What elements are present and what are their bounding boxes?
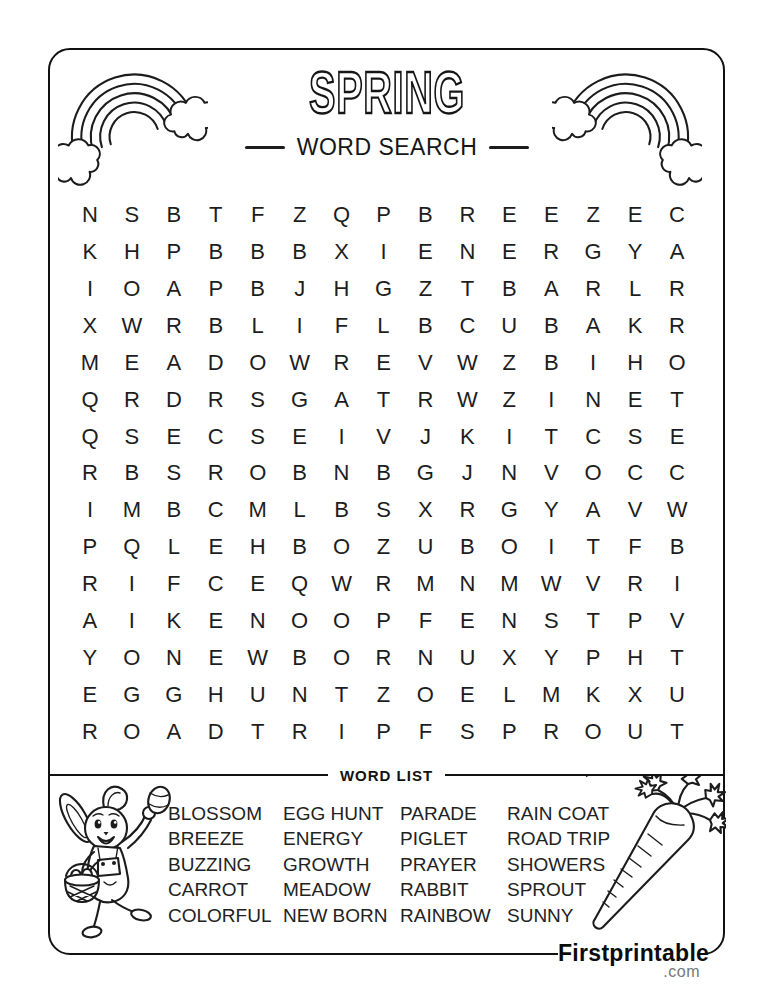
grid-cell[interactable]: P (488, 713, 530, 750)
grid-cell[interactable]: P (363, 713, 405, 750)
grid-cell[interactable]: L (153, 529, 195, 566)
grid-cell[interactable]: T (530, 418, 572, 455)
grid-cell[interactable]: F (153, 566, 195, 603)
grid-cell[interactable]: A (153, 271, 195, 308)
grid-cell[interactable]: B (195, 234, 237, 271)
subtitle-dash-left (245, 146, 285, 149)
grid-cell[interactable]: P (69, 529, 111, 566)
grid-cell[interactable]: Q (321, 197, 363, 234)
grid-cell[interactable]: N (446, 234, 488, 271)
grid-cell[interactable]: G (572, 234, 614, 271)
grid-cell[interactable]: B (237, 234, 279, 271)
grid-cell[interactable]: B (279, 639, 321, 676)
grid-cell[interactable]: U (488, 308, 530, 345)
grid-cell[interactable]: Q (69, 381, 111, 418)
grid-cell[interactable]: F (237, 197, 279, 234)
grid-cell[interactable]: P (153, 234, 195, 271)
grid-cell[interactable]: M (488, 566, 530, 603)
grid-cell[interactable]: B (404, 197, 446, 234)
rainbow-left-illustration (58, 56, 208, 198)
grid-cell[interactable]: B (530, 344, 572, 381)
grid-cell[interactable]: N (321, 455, 363, 492)
grid-cell[interactable]: Z (572, 197, 614, 234)
grid-cell[interactable]: B (111, 455, 153, 492)
grid-cell[interactable]: R (321, 344, 363, 381)
grid-cell[interactable]: N (488, 603, 530, 640)
grid-cell[interactable]: R (69, 566, 111, 603)
grid-cell[interactable]: R (363, 566, 405, 603)
grid-cell[interactable]: G (111, 676, 153, 713)
grid-cell[interactable]: C (656, 197, 698, 234)
grid-cell[interactable]: Q (279, 566, 321, 603)
grid-cell[interactable]: P (195, 271, 237, 308)
grid-cell[interactable]: E (363, 344, 405, 381)
grid-cell[interactable]: S (530, 603, 572, 640)
grid-cell[interactable]: S (153, 455, 195, 492)
grid-cell[interactable]: G (279, 381, 321, 418)
grid-cell[interactable]: E (195, 639, 237, 676)
grid-cell[interactable]: K (153, 603, 195, 640)
grid-cell[interactable]: E (153, 418, 195, 455)
grid-cell[interactable]: I (321, 713, 363, 750)
grid-cell[interactable]: I (488, 418, 530, 455)
grid-cell[interactable]: D (195, 344, 237, 381)
grid-cell[interactable]: A (530, 271, 572, 308)
grid-cell[interactable]: M (404, 566, 446, 603)
grid-cell[interactable]: N (404, 639, 446, 676)
grid-cell[interactable]: O (488, 529, 530, 566)
grid-cell[interactable]: H (614, 344, 656, 381)
grid-cell[interactable]: O (279, 603, 321, 640)
grid-cell[interactable]: T (656, 639, 698, 676)
divider-line-left (50, 774, 328, 777)
grid-cell[interactable]: I (530, 529, 572, 566)
grid-cell[interactable]: O (321, 529, 363, 566)
grid-cell[interactable]: K (446, 418, 488, 455)
grid-cell[interactable]: R (614, 566, 656, 603)
grid-cell[interactable]: R (363, 639, 405, 676)
grid-cell[interactable]: J (446, 455, 488, 492)
grid-cell[interactable]: Y (69, 639, 111, 676)
grid-cell[interactable]: F (614, 529, 656, 566)
rainbow-right-illustration (552, 56, 702, 198)
grid-cell[interactable]: U (656, 676, 698, 713)
grid-cell[interactable]: G (363, 271, 405, 308)
grid-cell[interactable]: D (195, 713, 237, 750)
subtitle-dash-right (489, 146, 529, 149)
grid-cell[interactable]: W (279, 344, 321, 381)
grid-cell[interactable]: H (195, 676, 237, 713)
grid-cell[interactable]: W (656, 492, 698, 529)
grid-cell[interactable]: B (656, 529, 698, 566)
grid-cell[interactable]: P (363, 197, 405, 234)
grid-cell[interactable]: V (656, 603, 698, 640)
grid-cell[interactable]: X (488, 639, 530, 676)
grid-cell[interactable]: L (237, 308, 279, 345)
grid-cell[interactable]: H (614, 639, 656, 676)
grid-cell[interactable]: A (69, 603, 111, 640)
grid-cell[interactable]: R (530, 234, 572, 271)
grid-cell[interactable]: Q (69, 418, 111, 455)
grid-cell[interactable]: B (404, 308, 446, 345)
page-subtitle: WORD SEARCH (297, 134, 478, 161)
grid-cell[interactable]: J (404, 418, 446, 455)
grid-cell[interactable]: T (237, 713, 279, 750)
grid-cell[interactable]: L (279, 492, 321, 529)
grid-cell[interactable]: S (111, 197, 153, 234)
grid-cell[interactable]: S (614, 418, 656, 455)
grid-cell[interactable]: B (488, 271, 530, 308)
grid-cell[interactable]: F (321, 308, 363, 345)
header: SPRING WORD SEARCH (218, 62, 556, 161)
grid-cell[interactable]: T (195, 197, 237, 234)
grid-cell[interactable]: O (321, 603, 363, 640)
page-title: SPRING (275, 62, 498, 124)
grid-cell[interactable]: B (363, 455, 405, 492)
grid-cell[interactable]: A (572, 492, 614, 529)
grid-cell[interactable]: H (321, 271, 363, 308)
grid-cell[interactable]: N (446, 566, 488, 603)
grid-cell[interactable]: I (279, 308, 321, 345)
grid-cell[interactable]: S (237, 418, 279, 455)
grid-cell[interactable]: R (279, 713, 321, 750)
grid-cell[interactable]: E (446, 676, 488, 713)
grid-cell[interactable]: V (614, 492, 656, 529)
grid-cell[interactable]: E (488, 234, 530, 271)
grid-cell[interactable]: R (69, 455, 111, 492)
grid-cell[interactable]: V (530, 455, 572, 492)
grid-cell[interactable]: R (656, 308, 698, 345)
grid-cell[interactable]: L (614, 271, 656, 308)
grid-cell[interactable]: S (111, 418, 153, 455)
grid-cell[interactable]: V (572, 566, 614, 603)
grid-cell[interactable]: O (237, 344, 279, 381)
grid-cell[interactable]: B (279, 455, 321, 492)
easter-bunny-illustration (50, 780, 180, 948)
grid-cell[interactable]: R (404, 381, 446, 418)
grid-cell[interactable]: I (111, 603, 153, 640)
grid-cell[interactable]: C (195, 418, 237, 455)
grid-cell[interactable]: Z (488, 344, 530, 381)
grid-cell[interactable]: W (446, 381, 488, 418)
grid-cell[interactable]: Q (111, 529, 153, 566)
grid-cell[interactable]: R (153, 308, 195, 345)
grid-cell[interactable]: E (614, 381, 656, 418)
grid-cell[interactable]: G (404, 455, 446, 492)
grid-cell[interactable]: B (321, 492, 363, 529)
grid-cell[interactable]: O (404, 676, 446, 713)
grid-cell[interactable]: I (530, 381, 572, 418)
grid-cell[interactable]: N (572, 381, 614, 418)
grid-cell[interactable]: O (321, 639, 363, 676)
grid-cell[interactable]: X (614, 676, 656, 713)
grid-cell[interactable]: W (237, 639, 279, 676)
grid-cell[interactable]: T (363, 381, 405, 418)
grid-cell[interactable]: R (195, 455, 237, 492)
grid-cell[interactable]: W (321, 566, 363, 603)
grid-cell[interactable]: E (195, 603, 237, 640)
grid-cell[interactable]: D (153, 381, 195, 418)
grid-cell[interactable]: O (111, 639, 153, 676)
grid-cell[interactable]: M (237, 492, 279, 529)
grid-cell[interactable]: O (656, 344, 698, 381)
grid-cell[interactable]: W (111, 308, 153, 345)
grid-cell[interactable]: E (111, 344, 153, 381)
grid-cell[interactable]: M (69, 344, 111, 381)
grid-cell[interactable]: B (237, 271, 279, 308)
grid-cell[interactable]: C (656, 455, 698, 492)
grid-cell[interactable]: H (237, 529, 279, 566)
grid-cell[interactable]: E (614, 197, 656, 234)
grid-cell[interactable]: I (111, 566, 153, 603)
grid-cell[interactable]: P (572, 639, 614, 676)
grid-cell[interactable]: H (111, 234, 153, 271)
grid-cell[interactable]: Y (530, 639, 572, 676)
grid-cell[interactable]: K (614, 308, 656, 345)
grid-cell[interactable]: B (530, 308, 572, 345)
grid-cell[interactable]: P (363, 603, 405, 640)
grid-cell[interactable]: U (237, 676, 279, 713)
grid-cell[interactable]: R (446, 492, 488, 529)
worksheet-page: SPRING WORD SEARCH NSBTFZQPBREEZECKHPBBB… (0, 0, 773, 1000)
grid-cell[interactable]: O (111, 713, 153, 750)
grid-cell[interactable]: E (195, 529, 237, 566)
grid-cell[interactable]: B (279, 529, 321, 566)
grid-cell[interactable]: O (572, 713, 614, 750)
grid-cell[interactable]: F (404, 603, 446, 640)
grid-cell[interactable]: N (279, 676, 321, 713)
grid-cell[interactable]: E (404, 234, 446, 271)
brand-domain: .com (600, 963, 700, 981)
grid-cell[interactable]: E (279, 418, 321, 455)
grid-cell[interactable]: K (572, 676, 614, 713)
grid-cell[interactable]: T (656, 381, 698, 418)
grid-cell[interactable]: I (321, 418, 363, 455)
grid-cell[interactable]: T (572, 529, 614, 566)
grid-cell[interactable]: Z (279, 197, 321, 234)
grid-cell[interactable]: C (446, 308, 488, 345)
grid-cell[interactable]: S (363, 492, 405, 529)
grid-cell[interactable]: E (530, 197, 572, 234)
grid-cell[interactable]: F (404, 713, 446, 750)
grid-cell[interactable]: T (446, 271, 488, 308)
grid-cell[interactable]: Z (363, 676, 405, 713)
grid-cell[interactable]: R (111, 381, 153, 418)
grid-cell[interactable]: R (656, 271, 698, 308)
grid-cell[interactable]: N (488, 455, 530, 492)
grid-cell[interactable]: U (446, 639, 488, 676)
grid-cell[interactable]: X (404, 492, 446, 529)
grid-cell[interactable]: C (614, 455, 656, 492)
grid-cell[interactable]: L (488, 676, 530, 713)
grid-cell[interactable]: X (321, 234, 363, 271)
grid-cell[interactable]: I (363, 234, 405, 271)
grid-cell[interactable]: N (153, 639, 195, 676)
grid-cell[interactable]: R (446, 197, 488, 234)
grid-cell[interactable]: E (237, 566, 279, 603)
grid-cell[interactable]: Y (530, 492, 572, 529)
grid-cell[interactable]: S (237, 381, 279, 418)
grid-cell[interactable]: R (530, 713, 572, 750)
grid-cell[interactable]: U (614, 713, 656, 750)
word-list-heading: WORD LIST (328, 767, 445, 784)
carrot-illustration (586, 776, 726, 940)
grid-cell[interactable]: Z (363, 529, 405, 566)
grid-cell[interactable]: T (656, 713, 698, 750)
grid-cell[interactable]: O (111, 271, 153, 308)
grid-cell[interactable]: B (153, 492, 195, 529)
grid-cell[interactable]: V (404, 344, 446, 381)
grid-cell[interactable]: X (69, 308, 111, 345)
grid-cell[interactable]: B (195, 308, 237, 345)
grid-cell[interactable]: R (69, 713, 111, 750)
grid-cell[interactable]: B (279, 234, 321, 271)
grid-cell[interactable]: R (572, 271, 614, 308)
grid-cell[interactable]: V (363, 418, 405, 455)
grid-cell[interactable]: A (153, 713, 195, 750)
grid-cell[interactable]: R (195, 381, 237, 418)
grid-cell[interactable]: I (656, 566, 698, 603)
grid-cell[interactable]: E (656, 418, 698, 455)
grid-cell[interactable]: C (195, 566, 237, 603)
grid-cell[interactable]: W (446, 344, 488, 381)
grid-cell[interactable]: E (69, 676, 111, 713)
grid-cell[interactable]: N (237, 603, 279, 640)
grid-cell[interactable]: G (153, 676, 195, 713)
grid-cell[interactable]: A (153, 344, 195, 381)
grid-cell[interactable]: L (363, 308, 405, 345)
grid-cell[interactable]: E (446, 603, 488, 640)
grid-cell[interactable]: Z (488, 381, 530, 418)
grid-cell[interactable]: T (572, 603, 614, 640)
grid-cell[interactable]: T (321, 676, 363, 713)
grid-cell[interactable]: K (69, 234, 111, 271)
grid-cell[interactable]: U (404, 529, 446, 566)
grid-cell[interactable]: B (446, 529, 488, 566)
grid-cell[interactable]: A (321, 381, 363, 418)
grid-cell[interactable]: M (530, 676, 572, 713)
grid-cell[interactable]: G (488, 492, 530, 529)
grid-cell[interactable]: O (237, 455, 279, 492)
grid-cell[interactable]: P (614, 603, 656, 640)
grid-cell[interactable]: C (572, 418, 614, 455)
grid-cell[interactable]: I (69, 492, 111, 529)
grid-cell[interactable]: A (572, 308, 614, 345)
grid-cell[interactable]: I (572, 344, 614, 381)
grid-cell[interactable]: Z (404, 271, 446, 308)
grid-cell[interactable]: W (530, 566, 572, 603)
grid-cell[interactable]: S (446, 713, 488, 750)
grid-cell[interactable]: O (572, 455, 614, 492)
grid-cell[interactable]: M (111, 492, 153, 529)
grid-cell[interactable]: Y (614, 234, 656, 271)
grid-cell[interactable]: E (488, 197, 530, 234)
grid-cell[interactable]: C (195, 492, 237, 529)
grid-cell[interactable]: N (69, 197, 111, 234)
grid-cell[interactable]: J (279, 271, 321, 308)
letter-grid: NSBTFZQPBREEZECKHPBBBXIENERGYAIOAPBJHGZT… (69, 197, 698, 750)
grid-cell[interactable]: B (153, 197, 195, 234)
grid-cell[interactable]: I (69, 271, 111, 308)
grid-cell[interactable]: A (656, 234, 698, 271)
